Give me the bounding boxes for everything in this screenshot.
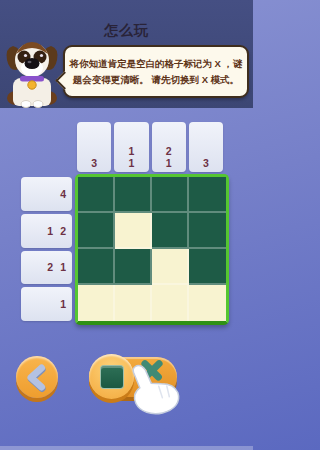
board-cell[interactable] — [78, 249, 115, 285]
col-clue-cell: 3 — [77, 122, 111, 172]
board-cell[interactable] — [115, 249, 152, 285]
filled-square-icon — [100, 365, 124, 389]
board-cell[interactable] — [78, 177, 115, 213]
col-clue-cell: 11 — [114, 122, 148, 172]
back-chevron-icon — [16, 356, 58, 398]
hand-pointer-icon — [128, 357, 193, 419]
nonogram-board[interactable] — [75, 174, 229, 325]
board-cell[interactable] — [189, 249, 226, 285]
board-cell[interactable] — [78, 285, 115, 321]
row-clues: 412211 — [21, 177, 72, 321]
bottom-edge-highlight — [0, 446, 253, 450]
fill-mode-button[interactable] — [89, 354, 134, 399]
board-cell[interactable] — [78, 213, 115, 249]
column-clues: 311213 — [77, 122, 223, 172]
board-cell[interactable] — [152, 285, 189, 321]
board-cell[interactable] — [189, 285, 226, 321]
board-cell[interactable] — [115, 177, 152, 213]
board-cell[interactable] — [152, 249, 189, 285]
col-clue-cell: 3 — [189, 122, 223, 172]
dog-mascot-icon — [3, 36, 61, 108]
back-button[interactable] — [16, 356, 58, 398]
tutorial-text: 将你知道肯定是空白的格子标记为 X ，谜题会变得更清晰。 请先切换到 X 模式。 — [69, 47, 243, 96]
row-clue-cell: 4 — [21, 177, 72, 211]
board-cell[interactable] — [152, 213, 189, 249]
row-clue-cell: 1 — [21, 287, 72, 321]
tutorial-bubble: 将你知道肯定是空白的格子标记为 X ，谜题会变得更清晰。 请先切换到 X 模式。 — [63, 45, 249, 98]
board-cell[interactable] — [152, 177, 189, 213]
row-clue-cell: 12 — [21, 214, 72, 248]
col-clue-cell: 21 — [152, 122, 186, 172]
row-clue-cell: 21 — [21, 251, 72, 285]
board-cell[interactable] — [115, 285, 152, 321]
board-cell[interactable] — [115, 213, 152, 249]
board-cell[interactable] — [189, 177, 226, 213]
board-cell[interactable] — [189, 213, 226, 249]
